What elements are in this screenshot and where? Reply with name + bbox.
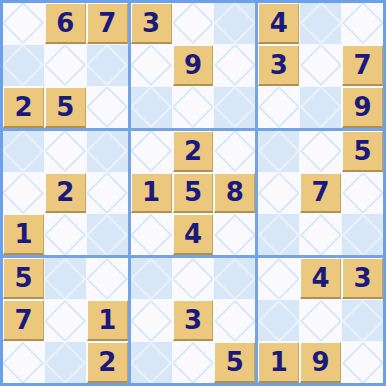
cell-r9c1[interactable]	[3, 342, 44, 383]
cell-r1c4[interactable]: 3	[131, 3, 172, 44]
empty-cell-diamond-icon	[87, 131, 128, 172]
cell-r5c2[interactable]: 2	[45, 173, 86, 214]
empty-cell-diamond-icon	[45, 131, 86, 172]
cell-value: 3	[270, 52, 288, 78]
cell-value: 3	[184, 307, 202, 333]
empty-cell-diamond-icon	[45, 300, 86, 341]
cell-r4c5[interactable]: 2	[173, 131, 214, 172]
cell-value: 9	[312, 349, 330, 375]
cell-value: 5	[56, 94, 74, 120]
cell-r8c2[interactable]	[45, 300, 86, 341]
cell-r4c9[interactable]: 5	[342, 131, 383, 172]
cell-r5c7[interactable]	[258, 173, 299, 214]
cell-r2c7[interactable]: 3	[258, 45, 299, 86]
cell-r2c3[interactable]	[87, 45, 128, 86]
cell-r3c4[interactable]	[131, 87, 172, 128]
cell-value: 2	[56, 179, 74, 205]
sudoku-board: 67253943792121584575712354319	[0, 0, 386, 386]
cell-r8c9[interactable]	[342, 300, 383, 341]
empty-cell-diamond-icon	[258, 214, 299, 255]
empty-cell-diamond-icon	[87, 173, 128, 214]
empty-cell-diamond-icon	[342, 3, 383, 44]
cell-r1c1[interactable]	[3, 3, 44, 44]
cell-r7c5[interactable]	[173, 258, 214, 299]
empty-cell-diamond-icon	[342, 300, 383, 341]
cell-r4c7[interactable]	[258, 131, 299, 172]
cell-value: 7	[312, 179, 330, 205]
block-r1c2: 39	[131, 3, 256, 128]
cell-r3c3[interactable]	[87, 87, 128, 128]
cell-r6c1[interactable]: 1	[3, 214, 44, 255]
empty-cell-diamond-icon	[131, 87, 172, 128]
empty-cell-diamond-icon	[131, 300, 172, 341]
cell-r2c5[interactable]: 9	[173, 45, 214, 86]
cell-value: 7	[14, 307, 32, 333]
cell-value: 1	[142, 179, 160, 205]
empty-cell-diamond-icon	[173, 87, 214, 128]
empty-cell-diamond-icon	[342, 173, 383, 214]
cell-r4c8[interactable]	[300, 131, 341, 172]
empty-cell-diamond-icon	[258, 300, 299, 341]
cell-r7c2[interactable]	[45, 258, 86, 299]
empty-cell-diamond-icon	[87, 214, 128, 255]
empty-cell-diamond-icon	[214, 45, 255, 86]
cell-value: 2	[184, 138, 202, 164]
cell-r9c2[interactable]	[45, 342, 86, 383]
cell-value: 4	[270, 10, 288, 36]
empty-cell-diamond-icon	[45, 342, 86, 383]
cell-r9c5[interactable]	[173, 342, 214, 383]
cell-value: 4	[184, 221, 202, 247]
empty-cell-diamond-icon	[173, 342, 214, 383]
empty-cell-diamond-icon	[214, 300, 255, 341]
cell-r8c1[interactable]: 7	[3, 300, 44, 341]
block-r3c3: 4319	[258, 258, 383, 383]
block-r3c2: 35	[131, 258, 256, 383]
empty-cell-diamond-icon	[300, 87, 341, 128]
cell-r5c3[interactable]	[87, 173, 128, 214]
cell-r3c6[interactable]	[214, 87, 255, 128]
empty-cell-diamond-icon	[258, 173, 299, 214]
block-r2c1: 21	[3, 131, 128, 256]
cell-r9c9[interactable]	[342, 342, 383, 383]
cell-r4c2[interactable]	[45, 131, 86, 172]
cell-r4c3[interactable]	[87, 131, 128, 172]
empty-cell-diamond-icon	[258, 87, 299, 128]
cell-value: 9	[353, 94, 371, 120]
cell-r7c9[interactable]: 3	[342, 258, 383, 299]
cell-value: 5	[184, 179, 202, 205]
cell-r1c7[interactable]: 4	[258, 3, 299, 44]
empty-cell-diamond-icon	[131, 342, 172, 383]
cell-value: 8	[226, 179, 244, 205]
empty-cell-diamond-icon	[214, 258, 255, 299]
empty-cell-diamond-icon	[214, 87, 255, 128]
empty-cell-diamond-icon	[258, 258, 299, 299]
empty-cell-diamond-icon	[214, 3, 255, 44]
empty-cell-diamond-icon	[3, 173, 44, 214]
cell-r9c4[interactable]	[131, 342, 172, 383]
empty-cell-diamond-icon	[3, 3, 44, 44]
empty-cell-diamond-icon	[45, 45, 86, 86]
empty-cell-diamond-icon	[131, 131, 172, 172]
cell-r7c1[interactable]: 5	[3, 258, 44, 299]
empty-cell-diamond-icon	[300, 131, 341, 172]
empty-cell-diamond-icon	[214, 214, 255, 255]
cell-r2c2[interactable]	[45, 45, 86, 86]
cell-r2c6[interactable]	[214, 45, 255, 86]
cell-value: 2	[98, 349, 116, 375]
cell-r1c3[interactable]: 7	[87, 3, 128, 44]
empty-cell-diamond-icon	[131, 45, 172, 86]
cell-r8c8[interactable]	[300, 300, 341, 341]
cell-r3c1[interactable]: 2	[3, 87, 44, 128]
cell-value: 2	[14, 94, 32, 120]
empty-cell-diamond-icon	[173, 258, 214, 299]
cell-r2c8[interactable]	[300, 45, 341, 86]
cell-r1c6[interactable]	[214, 3, 255, 44]
cell-r6c2[interactable]	[45, 214, 86, 255]
cell-value: 9	[184, 52, 202, 78]
cell-r4c4[interactable]	[131, 131, 172, 172]
cell-r3c5[interactable]	[173, 87, 214, 128]
cell-value: 5	[353, 138, 371, 164]
empty-cell-diamond-icon	[87, 258, 128, 299]
empty-cell-diamond-icon	[3, 131, 44, 172]
cell-value: 3	[142, 10, 160, 36]
cell-value: 1	[270, 349, 288, 375]
cell-r7c6[interactable]	[214, 258, 255, 299]
empty-cell-diamond-icon	[300, 45, 341, 86]
cell-r6c8[interactable]	[300, 214, 341, 255]
block-r2c2: 21584	[131, 131, 256, 256]
empty-cell-diamond-icon	[87, 87, 128, 128]
empty-cell-diamond-icon	[131, 214, 172, 255]
empty-cell-diamond-icon	[45, 258, 86, 299]
cell-value: 6	[56, 10, 74, 36]
cell-r6c5[interactable]: 4	[173, 214, 214, 255]
cell-r1c9[interactable]	[342, 3, 383, 44]
cell-r3c8[interactable]	[300, 87, 341, 128]
cell-value: 5	[226, 349, 244, 375]
block-r1c1: 6725	[3, 3, 128, 128]
empty-cell-diamond-icon	[300, 3, 341, 44]
cell-r8c6[interactable]	[214, 300, 255, 341]
empty-cell-diamond-icon	[3, 45, 44, 86]
cell-r7c4[interactable]	[131, 258, 172, 299]
cell-value: 7	[353, 52, 371, 78]
cell-r9c8[interactable]: 9	[300, 342, 341, 383]
empty-cell-diamond-icon	[258, 131, 299, 172]
cell-r6c9[interactable]	[342, 214, 383, 255]
cell-value: 1	[98, 307, 116, 333]
cell-r8c4[interactable]	[131, 300, 172, 341]
block-r3c1: 5712	[3, 258, 128, 383]
cell-r4c1[interactable]	[3, 131, 44, 172]
block-r2c3: 57	[258, 131, 383, 256]
cell-r8c7[interactable]	[258, 300, 299, 341]
block-r1c3: 4379	[258, 3, 383, 128]
cell-r3c2[interactable]: 5	[45, 87, 86, 128]
cell-r2c9[interactable]: 7	[342, 45, 383, 86]
empty-cell-diamond-icon	[173, 3, 214, 44]
empty-cell-diamond-icon	[342, 214, 383, 255]
cell-r5c1[interactable]	[3, 173, 44, 214]
cell-r2c1[interactable]	[3, 45, 44, 86]
cell-value: 5	[14, 265, 32, 291]
cell-r7c8[interactable]: 4	[300, 258, 341, 299]
empty-cell-diamond-icon	[45, 214, 86, 255]
cell-value: 3	[353, 265, 371, 291]
empty-cell-diamond-icon	[300, 300, 341, 341]
empty-cell-diamond-icon	[87, 45, 128, 86]
cell-r7c7[interactable]	[258, 258, 299, 299]
cell-r6c3[interactable]	[87, 214, 128, 255]
cell-r7c3[interactable]	[87, 258, 128, 299]
cell-r1c8[interactable]	[300, 3, 341, 44]
cell-r5c6[interactable]: 8	[214, 173, 255, 214]
empty-cell-diamond-icon	[300, 214, 341, 255]
cell-r9c6[interactable]: 5	[214, 342, 255, 383]
cell-r5c9[interactable]	[342, 173, 383, 214]
cell-r2c4[interactable]	[131, 45, 172, 86]
cell-r5c8[interactable]: 7	[300, 173, 341, 214]
cell-r1c2[interactable]: 6	[45, 3, 86, 44]
cell-r6c4[interactable]	[131, 214, 172, 255]
cell-r8c3[interactable]: 1	[87, 300, 128, 341]
cell-r1c5[interactable]	[173, 3, 214, 44]
cell-r6c7[interactable]	[258, 214, 299, 255]
empty-cell-diamond-icon	[342, 342, 383, 383]
empty-cell-diamond-icon	[131, 258, 172, 299]
cell-value: 4	[312, 265, 330, 291]
cell-r5c4[interactable]: 1	[131, 173, 172, 214]
empty-cell-diamond-icon	[3, 342, 44, 383]
cell-r3c9[interactable]: 9	[342, 87, 383, 128]
cell-r3c7[interactable]	[258, 87, 299, 128]
cell-r4c6[interactable]	[214, 131, 255, 172]
empty-cell-diamond-icon	[214, 131, 255, 172]
cell-r8c5[interactable]: 3	[173, 300, 214, 341]
cell-r6c6[interactable]	[214, 214, 255, 255]
cell-value: 1	[14, 221, 32, 247]
cell-r5c5[interactable]: 5	[173, 173, 214, 214]
cell-r9c3[interactable]: 2	[87, 342, 128, 383]
cell-r9c7[interactable]: 1	[258, 342, 299, 383]
cell-value: 7	[98, 10, 116, 36]
